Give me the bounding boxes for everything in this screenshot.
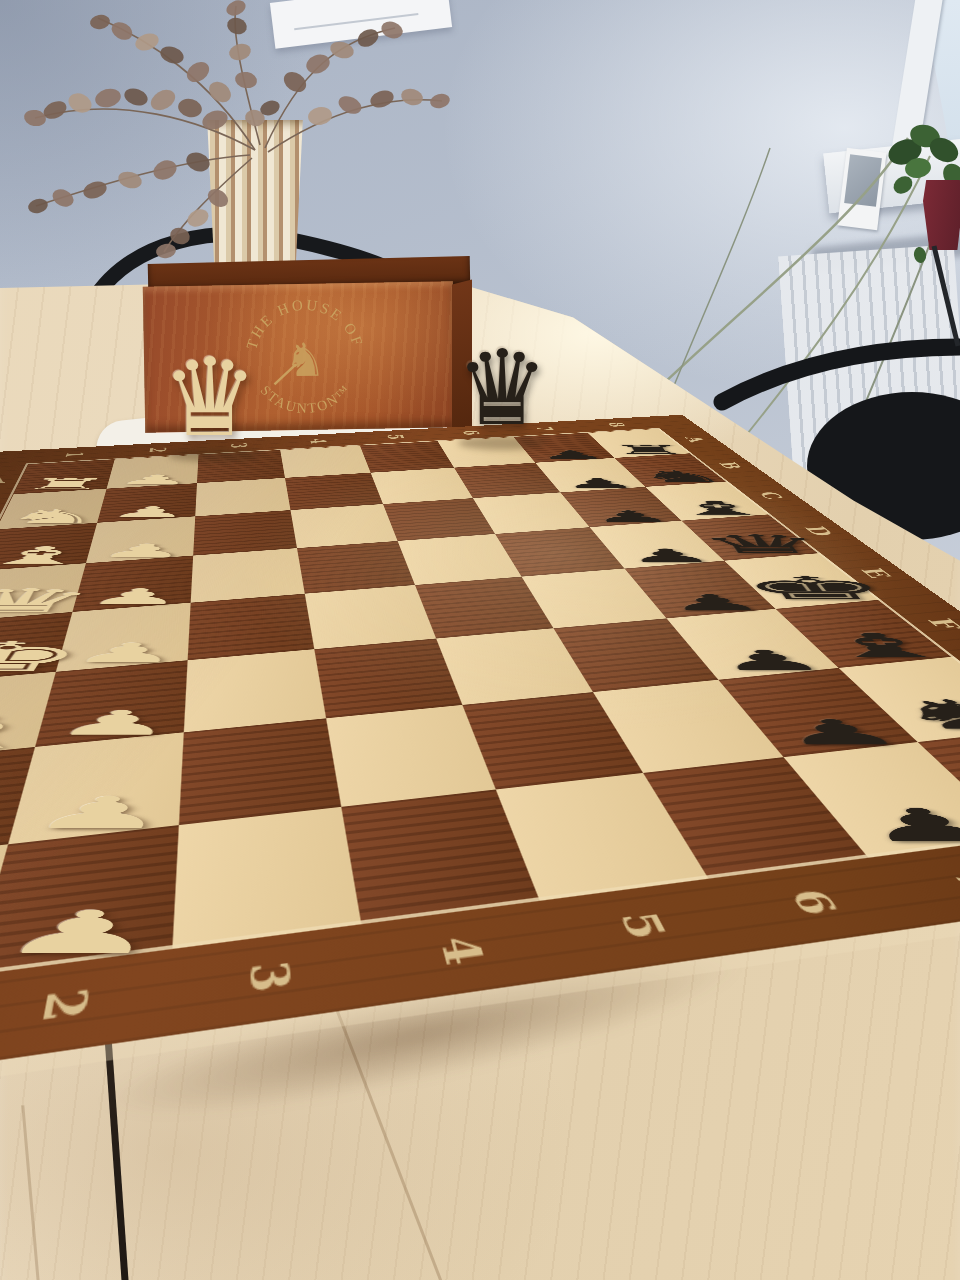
logo-knight-icon: ♞ bbox=[284, 333, 326, 388]
piece-black-pawn-h7[interactable]: ♟ bbox=[784, 742, 960, 858]
white-spare-queen[interactable]: ♛ bbox=[150, 344, 270, 452]
black-spare-queen[interactable]: ♛ bbox=[442, 336, 562, 440]
black-pawn-icon: ♟ bbox=[846, 803, 960, 848]
piece-white-pawn-h2[interactable]: ♟ bbox=[0, 825, 179, 975]
chair-right-leg bbox=[934, 246, 958, 346]
white-pawn-icon: ♟ bbox=[0, 903, 172, 963]
room-scene: THE HOUSE OF STAUNTON™ ♞ 112233445566778… bbox=[0, 0, 960, 1280]
eucalyptus-bouquet bbox=[0, 0, 470, 300]
